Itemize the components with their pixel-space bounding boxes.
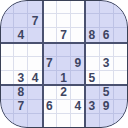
cell-r3c9[interactable] (114, 28, 128, 42)
cell-r8c9[interactable] (114, 100, 128, 114)
cell-r4c4[interactable] (43, 43, 57, 57)
cell-r4c9[interactable] (114, 43, 128, 57)
cell-r3c3[interactable] (28, 28, 42, 42)
cell-r4c7[interactable] (85, 43, 99, 57)
cell-r8c2[interactable]: 7 (14, 100, 28, 114)
cell-r6c9[interactable] (114, 71, 128, 85)
cell-r9c2[interactable] (14, 114, 28, 128)
cell-r6c6[interactable] (71, 71, 85, 85)
cell-r7c6[interactable] (71, 85, 85, 99)
cell-r9c4[interactable] (43, 114, 57, 128)
cell-r1c3[interactable] (28, 0, 42, 14)
cell-r6c2[interactable]: 3 (14, 71, 28, 85)
cell-r3c4[interactable] (43, 28, 57, 42)
cell-r8c6[interactable]: 4 (71, 100, 85, 114)
cell-r1c7[interactable] (85, 0, 99, 14)
sudoku-grid: 74786793341582576439 (0, 0, 128, 128)
cell-r7c7[interactable] (85, 85, 99, 99)
cell-r7c8[interactable]: 5 (100, 85, 114, 99)
cell-r7c2[interactable]: 8 (14, 85, 28, 99)
cell-r6c1[interactable] (0, 71, 14, 85)
cell-r5c3[interactable] (28, 57, 42, 71)
cell-r2c8[interactable] (100, 14, 114, 28)
cell-r6c7[interactable]: 5 (85, 71, 99, 85)
cell-r1c9[interactable] (114, 0, 128, 14)
cell-r1c1[interactable] (0, 0, 14, 14)
cell-r9c8[interactable] (100, 114, 114, 128)
cell-r3c5[interactable]: 7 (57, 28, 71, 42)
cell-r1c5[interactable] (57, 0, 71, 14)
cell-r8c1[interactable] (0, 100, 14, 114)
cell-r2c2[interactable] (14, 14, 28, 28)
cell-r8c3[interactable] (28, 100, 42, 114)
cell-r4c1[interactable] (0, 43, 14, 57)
cell-r2c1[interactable] (0, 14, 14, 28)
cell-r6c3[interactable]: 4 (28, 71, 42, 85)
cell-r7c3[interactable] (28, 85, 42, 99)
cell-r5c6[interactable]: 9 (71, 57, 85, 71)
cell-r3c2[interactable]: 4 (14, 28, 28, 42)
cell-r4c8[interactable] (100, 43, 114, 57)
cell-r5c8[interactable]: 3 (100, 57, 114, 71)
cell-r5c2[interactable] (14, 57, 28, 71)
cell-r8c8[interactable]: 9 (100, 100, 114, 114)
cell-r3c1[interactable] (0, 28, 14, 42)
cell-r3c6[interactable] (71, 28, 85, 42)
cell-r4c5[interactable] (57, 43, 71, 57)
cell-r5c1[interactable] (0, 57, 14, 71)
cell-r4c6[interactable] (71, 43, 85, 57)
cell-r2c9[interactable] (114, 14, 128, 28)
cell-r8c4[interactable]: 6 (43, 100, 57, 114)
cell-r4c3[interactable] (28, 43, 42, 57)
cell-r9c7[interactable] (85, 114, 99, 128)
cell-r7c1[interactable] (0, 85, 14, 99)
sudoku-app-icon[interactable]: 74786793341582576439 (0, 0, 128, 128)
cell-r9c1[interactable] (0, 114, 14, 128)
cell-r6c8[interactable] (100, 71, 114, 85)
cell-r5c4[interactable]: 7 (43, 57, 57, 71)
cell-r9c6[interactable] (71, 114, 85, 128)
cell-r1c2[interactable] (14, 0, 28, 14)
cell-r2c6[interactable] (71, 14, 85, 28)
cell-r5c7[interactable] (85, 57, 99, 71)
cell-r7c4[interactable] (43, 85, 57, 99)
cell-r2c5[interactable] (57, 14, 71, 28)
cell-r8c7[interactable]: 3 (85, 100, 99, 114)
cell-r7c5[interactable]: 2 (57, 85, 71, 99)
cell-r3c7[interactable]: 8 (85, 28, 99, 42)
cell-r2c4[interactable] (43, 14, 57, 28)
cell-r9c3[interactable] (28, 114, 42, 128)
cell-r2c3[interactable]: 7 (28, 14, 42, 28)
cell-r3c8[interactable]: 6 (100, 28, 114, 42)
cell-r6c4[interactable] (43, 71, 57, 85)
cell-r9c5[interactable] (57, 114, 71, 128)
cell-r2c7[interactable] (85, 14, 99, 28)
cell-r1c4[interactable] (43, 0, 57, 14)
cell-r7c9[interactable] (114, 85, 128, 99)
cell-r6c5[interactable]: 1 (57, 71, 71, 85)
cell-r8c5[interactable] (57, 100, 71, 114)
cell-r5c9[interactable] (114, 57, 128, 71)
cell-r5c5[interactable] (57, 57, 71, 71)
cell-r1c8[interactable] (100, 0, 114, 14)
cell-r9c9[interactable] (114, 114, 128, 128)
cell-r4c2[interactable] (14, 43, 28, 57)
cell-r1c6[interactable] (71, 0, 85, 14)
